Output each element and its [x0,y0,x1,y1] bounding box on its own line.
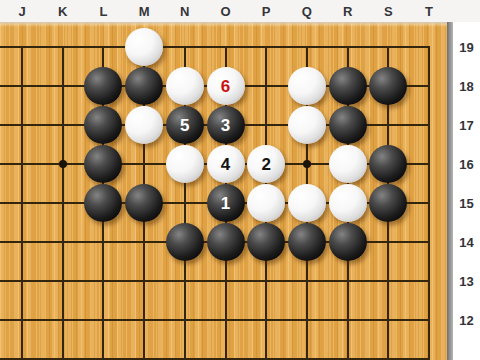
column-label-r: R [343,0,352,22]
stone-white-q15[interactable] [288,184,326,222]
row-label-12: 12 [453,311,480,331]
star-point [59,160,67,168]
column-label-m: M [139,0,150,22]
column-label-k: K [58,0,67,22]
star-point [303,160,311,168]
stone-white-q18[interactable] [288,67,326,105]
stone-black-o17[interactable]: 3 [207,106,245,144]
stone-black-l18[interactable] [84,67,122,105]
stone-black-o14[interactable] [207,223,245,261]
stone-black-l16[interactable] [84,145,122,183]
column-label-o: O [220,0,230,22]
go-board[interactable]: 653421 [0,22,447,360]
stone-black-r17[interactable] [329,106,367,144]
stone-white-p16[interactable]: 2 [247,145,285,183]
stone-black-l17[interactable] [84,106,122,144]
column-label-n: N [180,0,189,22]
row-label-17: 17 [453,116,480,136]
stone-white-o16[interactable]: 4 [207,145,245,183]
column-label-l: L [99,0,107,22]
stone-white-p15[interactable] [247,184,285,222]
grid-line-vertical [428,46,430,360]
stone-black-s15[interactable] [369,184,407,222]
row-label-13: 13 [453,272,480,292]
stone-black-n14[interactable] [166,223,204,261]
stone-black-n17[interactable]: 5 [166,106,204,144]
stone-black-s18[interactable] [369,67,407,105]
stone-white-q17[interactable] [288,106,326,144]
row-label-18: 18 [453,77,480,97]
column-label-s: S [384,0,393,22]
stone-white-n18[interactable] [166,67,204,105]
stone-black-p14[interactable] [247,223,285,261]
move-number-label: 2 [261,156,270,173]
stone-black-r14[interactable] [329,223,367,261]
move-number-label: 4 [221,156,230,173]
move-number-label: 3 [221,117,230,134]
move-number-label: 5 [180,117,189,134]
stone-black-m18[interactable] [125,67,163,105]
grid-line-horizontal [0,280,430,282]
stone-black-q14[interactable] [288,223,326,261]
stone-black-o15[interactable]: 1 [207,184,245,222]
grid-line-vertical [21,46,23,360]
row-label-15: 15 [453,194,480,214]
stone-black-l15[interactable] [84,184,122,222]
grid-line-vertical [62,46,64,360]
grid-line-horizontal [0,46,430,48]
row-label-14: 14 [453,233,480,253]
stone-white-r16[interactable] [329,145,367,183]
stone-black-s16[interactable] [369,145,407,183]
column-label-j: J [18,0,25,22]
stone-black-r18[interactable] [329,67,367,105]
stone-white-n16[interactable] [166,145,204,183]
row-label-16: 16 [453,155,480,175]
column-label-p: P [262,0,271,22]
stone-black-m15[interactable] [125,184,163,222]
column-label-strip: JKLMNOPQRST [0,0,480,22]
grid-line-horizontal [0,319,430,321]
column-label-t: T [425,0,433,22]
row-label-19: 19 [453,38,480,58]
move-number-label: 6 [221,78,230,95]
row-label-strip: 1918171615141312 [453,22,480,360]
move-number-label: 1 [221,195,230,212]
go-diagram-screen: 653421 1918171615141312 JKLMNOPQRST [0,0,480,360]
stone-white-r15[interactable] [329,184,367,222]
stone-white-o18[interactable]: 6 [207,67,245,105]
column-label-q: Q [302,0,312,22]
stone-white-m19[interactable] [125,28,163,66]
stone-white-m17[interactable] [125,106,163,144]
